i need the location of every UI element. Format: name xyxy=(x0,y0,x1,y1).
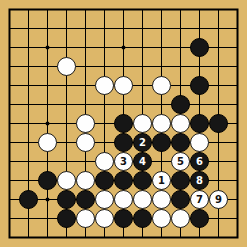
black-stone xyxy=(133,209,152,228)
intersection[interactable] xyxy=(133,171,152,190)
white-stone: 7 xyxy=(190,190,209,209)
intersection[interactable] xyxy=(114,57,133,76)
intersection[interactable] xyxy=(76,171,95,190)
intersection[interactable] xyxy=(228,76,247,95)
white-stone xyxy=(76,114,95,133)
intersection[interactable] xyxy=(152,152,171,171)
intersection[interactable] xyxy=(76,76,95,95)
black-stone xyxy=(38,171,57,190)
intersection[interactable] xyxy=(38,190,57,209)
intersection[interactable] xyxy=(114,114,133,133)
intersection[interactable] xyxy=(228,209,247,228)
intersection[interactable] xyxy=(38,114,57,133)
intersection[interactable] xyxy=(57,76,76,95)
intersection[interactable] xyxy=(114,133,133,152)
intersection[interactable] xyxy=(209,228,228,247)
intersection[interactable] xyxy=(0,114,19,133)
intersection[interactable] xyxy=(57,228,76,247)
intersection[interactable] xyxy=(171,0,190,19)
intersection[interactable] xyxy=(95,95,114,114)
intersection[interactable] xyxy=(171,133,190,152)
intersection[interactable] xyxy=(57,38,76,57)
white-stone xyxy=(95,190,114,209)
intersection[interactable] xyxy=(209,171,228,190)
white-stone xyxy=(57,57,76,76)
intersection[interactable] xyxy=(209,19,228,38)
intersection[interactable] xyxy=(209,114,228,133)
intersection[interactable] xyxy=(38,38,57,57)
intersection[interactable] xyxy=(19,38,38,57)
intersection[interactable] xyxy=(152,114,171,133)
intersection[interactable] xyxy=(171,209,190,228)
intersection[interactable] xyxy=(19,190,38,209)
white-stone: 3 xyxy=(114,152,133,171)
go-board-diagram: 234561879 xyxy=(0,0,247,247)
intersection[interactable] xyxy=(209,57,228,76)
intersection[interactable] xyxy=(19,76,38,95)
intersection[interactable]: 4 xyxy=(133,152,152,171)
intersection[interactable] xyxy=(133,209,152,228)
intersection[interactable] xyxy=(19,209,38,228)
white-stone xyxy=(76,171,95,190)
black-stone xyxy=(114,171,133,190)
move-number-label: 3 xyxy=(120,157,127,167)
intersection[interactable] xyxy=(171,38,190,57)
intersection[interactable] xyxy=(76,190,95,209)
black-stone: 4 xyxy=(133,152,152,171)
intersection[interactable] xyxy=(0,76,19,95)
intersection[interactable] xyxy=(171,114,190,133)
intersection[interactable] xyxy=(57,0,76,19)
intersection[interactable] xyxy=(209,95,228,114)
intersection[interactable] xyxy=(171,95,190,114)
intersection[interactable] xyxy=(133,95,152,114)
intersection[interactable] xyxy=(190,19,209,38)
intersection[interactable] xyxy=(76,38,95,57)
intersection[interactable] xyxy=(228,133,247,152)
move-number-label: 6 xyxy=(196,157,203,167)
intersection[interactable] xyxy=(171,19,190,38)
intersection[interactable] xyxy=(152,228,171,247)
move-number-label: 7 xyxy=(196,195,203,205)
intersection[interactable] xyxy=(38,0,57,19)
intersection[interactable] xyxy=(57,171,76,190)
intersection[interactable]: 7 xyxy=(190,190,209,209)
intersection[interactable] xyxy=(133,0,152,19)
intersection[interactable] xyxy=(190,114,209,133)
intersection[interactable] xyxy=(76,152,95,171)
black-stone: 2 xyxy=(133,133,152,152)
intersection[interactable] xyxy=(0,228,19,247)
intersection[interactable] xyxy=(38,76,57,95)
intersection[interactable] xyxy=(19,19,38,38)
black-stone xyxy=(57,190,76,209)
intersection[interactable] xyxy=(76,57,95,76)
intersection[interactable] xyxy=(114,0,133,19)
intersection[interactable] xyxy=(57,114,76,133)
intersection[interactable] xyxy=(190,95,209,114)
intersection[interactable] xyxy=(114,38,133,57)
intersection[interactable] xyxy=(76,0,95,19)
intersection[interactable] xyxy=(57,209,76,228)
intersection[interactable] xyxy=(228,95,247,114)
black-stone xyxy=(171,190,190,209)
black-stone xyxy=(133,171,152,190)
intersection[interactable] xyxy=(95,19,114,38)
white-stone xyxy=(152,114,171,133)
intersection[interactable] xyxy=(38,133,57,152)
intersection[interactable] xyxy=(0,171,19,190)
intersection[interactable] xyxy=(133,190,152,209)
intersection[interactable] xyxy=(95,171,114,190)
intersection[interactable] xyxy=(190,209,209,228)
intersection[interactable] xyxy=(152,19,171,38)
intersection[interactable] xyxy=(95,0,114,19)
move-number-label: 5 xyxy=(177,157,184,167)
white-stone xyxy=(152,209,171,228)
intersection[interactable] xyxy=(57,19,76,38)
intersection[interactable] xyxy=(0,57,19,76)
white-stone xyxy=(114,76,133,95)
intersection[interactable]: 2 xyxy=(133,133,152,152)
intersection[interactable] xyxy=(95,76,114,95)
black-stone xyxy=(19,190,38,209)
intersection[interactable] xyxy=(152,0,171,19)
white-stone xyxy=(76,133,95,152)
intersection[interactable] xyxy=(114,171,133,190)
black-stone xyxy=(209,114,228,133)
intersection[interactable] xyxy=(19,152,38,171)
intersection[interactable]: 8 xyxy=(190,171,209,190)
black-stone xyxy=(190,209,209,228)
intersection[interactable] xyxy=(190,228,209,247)
intersection[interactable] xyxy=(114,76,133,95)
intersection[interactable] xyxy=(0,133,19,152)
intersection[interactable] xyxy=(152,95,171,114)
intersection[interactable] xyxy=(114,228,133,247)
intersection[interactable] xyxy=(228,114,247,133)
intersection[interactable] xyxy=(190,76,209,95)
intersection[interactable] xyxy=(171,57,190,76)
intersection[interactable] xyxy=(57,133,76,152)
intersection[interactable] xyxy=(228,0,247,19)
white-stone xyxy=(114,190,133,209)
intersection[interactable] xyxy=(152,133,171,152)
intersection[interactable] xyxy=(0,19,19,38)
intersection[interactable] xyxy=(38,228,57,247)
black-stone xyxy=(76,190,95,209)
intersection[interactable] xyxy=(38,209,57,228)
white-stone: 9 xyxy=(209,190,228,209)
intersection[interactable] xyxy=(152,76,171,95)
black-stone xyxy=(152,133,171,152)
intersection[interactable] xyxy=(133,114,152,133)
intersection[interactable] xyxy=(152,57,171,76)
move-number-label: 8 xyxy=(196,176,203,186)
white-stone xyxy=(133,114,152,133)
intersection[interactable] xyxy=(76,19,95,38)
intersection[interactable] xyxy=(19,95,38,114)
intersection[interactable] xyxy=(95,38,114,57)
intersection[interactable] xyxy=(209,209,228,228)
intersection[interactable] xyxy=(76,209,95,228)
black-stone xyxy=(57,209,76,228)
black-stone xyxy=(171,95,190,114)
intersection[interactable] xyxy=(76,228,95,247)
black-stone xyxy=(190,38,209,57)
black-stone: 6 xyxy=(190,152,209,171)
intersection[interactable] xyxy=(38,171,57,190)
intersection[interactable] xyxy=(19,228,38,247)
intersection[interactable] xyxy=(38,57,57,76)
intersection[interactable] xyxy=(190,38,209,57)
intersection[interactable] xyxy=(38,152,57,171)
intersection[interactable] xyxy=(57,57,76,76)
intersection[interactable] xyxy=(76,95,95,114)
black-stone: 8 xyxy=(190,171,209,190)
intersection[interactable] xyxy=(133,38,152,57)
white-stone xyxy=(57,171,76,190)
intersection[interactable] xyxy=(38,95,57,114)
intersection[interactable] xyxy=(228,57,247,76)
intersection[interactable]: 5 xyxy=(171,152,190,171)
intersection[interactable] xyxy=(228,19,247,38)
black-stone xyxy=(114,133,133,152)
white-stone xyxy=(171,114,190,133)
intersection[interactable] xyxy=(171,228,190,247)
intersection[interactable] xyxy=(76,133,95,152)
move-number-label: 2 xyxy=(139,138,146,148)
white-stone: 1 xyxy=(152,171,171,190)
intersection[interactable] xyxy=(190,133,209,152)
intersection[interactable] xyxy=(133,228,152,247)
intersection[interactable] xyxy=(171,190,190,209)
intersection[interactable] xyxy=(209,76,228,95)
move-number-label: 4 xyxy=(139,157,146,167)
intersection[interactable] xyxy=(57,95,76,114)
black-stone xyxy=(190,76,209,95)
intersection[interactable] xyxy=(171,171,190,190)
intersection[interactable] xyxy=(95,57,114,76)
intersection[interactable] xyxy=(133,19,152,38)
intersection[interactable] xyxy=(228,38,247,57)
intersection[interactable] xyxy=(0,95,19,114)
intersection[interactable] xyxy=(133,76,152,95)
black-stone xyxy=(95,171,114,190)
intersection[interactable] xyxy=(171,76,190,95)
white-stone xyxy=(152,76,171,95)
intersection[interactable] xyxy=(19,171,38,190)
intersection[interactable] xyxy=(19,57,38,76)
black-stone xyxy=(114,209,133,228)
white-stone xyxy=(95,209,114,228)
white-stone xyxy=(152,190,171,209)
white-stone xyxy=(133,190,152,209)
intersection[interactable] xyxy=(57,190,76,209)
intersection[interactable]: 1 xyxy=(152,171,171,190)
white-stone xyxy=(95,152,114,171)
intersection[interactable] xyxy=(228,190,247,209)
intersection[interactable] xyxy=(209,133,228,152)
intersection[interactable] xyxy=(114,190,133,209)
board-grid: 234561879 xyxy=(0,0,247,247)
intersection[interactable] xyxy=(95,190,114,209)
intersection[interactable] xyxy=(0,0,19,19)
intersection[interactable] xyxy=(209,38,228,57)
intersection[interactable]: 3 xyxy=(114,152,133,171)
intersection[interactable] xyxy=(152,38,171,57)
intersection[interactable] xyxy=(19,0,38,19)
intersection[interactable] xyxy=(0,38,19,57)
intersection[interactable] xyxy=(95,114,114,133)
intersection[interactable] xyxy=(19,133,38,152)
black-stone xyxy=(171,133,190,152)
intersection[interactable] xyxy=(114,209,133,228)
black-stone xyxy=(190,114,209,133)
black-stone xyxy=(114,114,133,133)
white-stone xyxy=(38,133,57,152)
intersection[interactable] xyxy=(0,152,19,171)
intersection[interactable] xyxy=(133,57,152,76)
intersection[interactable] xyxy=(95,209,114,228)
intersection[interactable] xyxy=(95,152,114,171)
intersection[interactable] xyxy=(0,209,19,228)
white-stone xyxy=(171,209,190,228)
white-stone xyxy=(190,133,209,152)
intersection[interactable] xyxy=(114,19,133,38)
intersection[interactable] xyxy=(228,228,247,247)
intersection[interactable] xyxy=(114,95,133,114)
intersection[interactable] xyxy=(190,57,209,76)
move-number-label: 1 xyxy=(158,176,165,186)
intersection[interactable] xyxy=(190,0,209,19)
intersection[interactable] xyxy=(38,19,57,38)
intersection[interactable] xyxy=(76,114,95,133)
intersection[interactable] xyxy=(0,190,19,209)
intersection[interactable] xyxy=(57,152,76,171)
white-stone: 5 xyxy=(171,152,190,171)
intersection[interactable] xyxy=(228,152,247,171)
intersection[interactable] xyxy=(95,133,114,152)
intersection[interactable]: 6 xyxy=(190,152,209,171)
intersection[interactable] xyxy=(95,228,114,247)
move-number-label: 9 xyxy=(215,195,222,205)
intersection[interactable] xyxy=(209,0,228,19)
intersection[interactable] xyxy=(209,152,228,171)
intersection[interactable] xyxy=(152,190,171,209)
intersection[interactable] xyxy=(228,171,247,190)
intersection[interactable]: 9 xyxy=(209,190,228,209)
intersection[interactable] xyxy=(152,209,171,228)
white-stone xyxy=(95,76,114,95)
black-stone xyxy=(171,171,190,190)
intersection[interactable] xyxy=(19,114,38,133)
white-stone xyxy=(76,209,95,228)
